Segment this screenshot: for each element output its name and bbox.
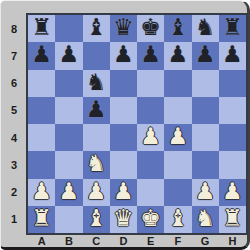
square-g5[interactable]: [192, 97, 219, 124]
rank-label-8: 8: [3, 15, 25, 42]
square-c8[interactable]: ♝: [83, 15, 110, 42]
square-a3[interactable]: [28, 151, 55, 178]
file-label-e: E: [137, 233, 164, 248]
white-queen-d1[interactable]: ♛: [113, 207, 134, 230]
square-g2[interactable]: ♟: [192, 179, 219, 206]
file-label-d: D: [110, 233, 137, 248]
square-c5[interactable]: ♟: [83, 97, 110, 124]
white-rook-a1[interactable]: ♜: [31, 207, 52, 230]
square-f8[interactable]: ♝: [164, 15, 191, 42]
square-c7[interactable]: [83, 42, 110, 69]
square-e8[interactable]: ♚: [137, 15, 164, 42]
square-h8[interactable]: ♜: [219, 15, 246, 42]
file-label-b: B: [55, 233, 82, 248]
square-g1[interactable]: ♞: [192, 206, 219, 233]
black-king-e8[interactable]: ♚: [140, 16, 161, 39]
black-pawn-g7[interactable]: ♟: [195, 43, 216, 66]
chess-board-panel: 87654321 ♜♝♛♚♝♞♜♟♟♟♟♟♟♟♞♟♟♟♞♟♟♟♟♟♟♜♝♛♚♝♞…: [0, 0, 250, 250]
black-pawn-a7[interactable]: ♟: [31, 43, 52, 66]
square-b2[interactable]: ♟: [55, 179, 82, 206]
square-d8[interactable]: ♛: [110, 15, 137, 42]
square-g6[interactable]: [192, 70, 219, 97]
file-labels: ABCDEFGH: [28, 233, 246, 248]
file-label-g: G: [192, 233, 219, 248]
rank-label-6: 6: [3, 70, 25, 97]
white-pawn-d2[interactable]: ♟: [113, 180, 134, 203]
square-f6[interactable]: [164, 70, 191, 97]
white-bishop-f1[interactable]: ♝: [168, 207, 189, 230]
square-a7[interactable]: ♟: [28, 42, 55, 69]
square-d5[interactable]: [110, 97, 137, 124]
file-label-f: F: [164, 233, 191, 248]
file-label-c: C: [83, 233, 110, 248]
black-pawn-b7[interactable]: ♟: [59, 43, 80, 66]
square-f1[interactable]: ♝: [164, 206, 191, 233]
square-c1[interactable]: ♝: [83, 206, 110, 233]
square-a6[interactable]: [28, 70, 55, 97]
square-a1[interactable]: ♜: [28, 206, 55, 233]
rank-label-1: 1: [3, 206, 25, 233]
black-queen-d8[interactable]: ♛: [113, 16, 134, 39]
rank-label-4: 4: [3, 124, 25, 151]
white-rook-h1[interactable]: ♜: [222, 207, 243, 230]
square-d1[interactable]: ♛: [110, 206, 137, 233]
square-d4[interactable]: [110, 124, 137, 151]
white-pawn-e4[interactable]: ♟: [140, 125, 161, 148]
square-d2[interactable]: ♟: [110, 179, 137, 206]
square-b1[interactable]: [55, 206, 82, 233]
square-b7[interactable]: ♟: [55, 42, 82, 69]
chess-board[interactable]: ♜♝♛♚♝♞♜♟♟♟♟♟♟♟♞♟♟♟♞♟♟♟♟♟♟♜♝♛♚♝♞♜: [26, 13, 248, 235]
white-king-e1[interactable]: ♚: [140, 207, 161, 230]
rank-label-7: 7: [3, 42, 25, 69]
square-e6[interactable]: [137, 70, 164, 97]
square-g4[interactable]: [192, 124, 219, 151]
black-pawn-h7[interactable]: ♟: [222, 43, 243, 66]
square-a2[interactable]: ♟: [28, 179, 55, 206]
white-pawn-f4[interactable]: ♟: [168, 125, 189, 148]
square-f4[interactable]: ♟: [164, 124, 191, 151]
square-d3[interactable]: [110, 151, 137, 178]
square-f5[interactable]: [164, 97, 191, 124]
black-rook-h8[interactable]: ♜: [222, 16, 243, 39]
white-pawn-h2[interactable]: ♟: [222, 180, 243, 203]
square-c2[interactable]: ♟: [83, 179, 110, 206]
square-d7[interactable]: ♟: [110, 42, 137, 69]
square-b5[interactable]: [55, 97, 82, 124]
square-d6[interactable]: [110, 70, 137, 97]
square-h1[interactable]: ♜: [219, 206, 246, 233]
rank-labels: 87654321: [3, 15, 25, 233]
black-pawn-f7[interactable]: ♟: [168, 43, 189, 66]
black-bishop-c8[interactable]: ♝: [86, 16, 107, 39]
square-e7[interactable]: ♟: [137, 42, 164, 69]
square-b4[interactable]: [55, 124, 82, 151]
square-a5[interactable]: [28, 97, 55, 124]
black-rook-a8[interactable]: ♜: [31, 16, 52, 39]
white-pawn-a2[interactable]: ♟: [31, 180, 52, 203]
square-g7[interactable]: ♟: [192, 42, 219, 69]
square-e1[interactable]: ♚: [137, 206, 164, 233]
white-pawn-c2[interactable]: ♟: [86, 180, 107, 203]
square-h7[interactable]: ♟: [219, 42, 246, 69]
square-a4[interactable]: [28, 124, 55, 151]
file-label-h: H: [219, 233, 246, 248]
square-f3[interactable]: [164, 151, 191, 178]
black-bishop-f8[interactable]: ♝: [168, 16, 189, 39]
black-knight-c6[interactable]: ♞: [86, 71, 107, 94]
square-e4[interactable]: ♟: [137, 124, 164, 151]
white-knight-g1[interactable]: ♞: [195, 207, 216, 230]
square-c3[interactable]: ♞: [83, 151, 110, 178]
square-g8[interactable]: ♞: [192, 15, 219, 42]
black-pawn-e7[interactable]: ♟: [140, 43, 161, 66]
black-knight-g8[interactable]: ♞: [195, 16, 216, 39]
square-b3[interactable]: [55, 151, 82, 178]
white-bishop-c1[interactable]: ♝: [86, 207, 107, 230]
square-f7[interactable]: ♟: [164, 42, 191, 69]
white-pawn-g2[interactable]: ♟: [195, 180, 216, 203]
square-f2[interactable]: [164, 179, 191, 206]
square-h3[interactable]: [219, 151, 246, 178]
square-g3[interactable]: [192, 151, 219, 178]
black-pawn-d7[interactable]: ♟: [113, 43, 134, 66]
square-h2[interactable]: ♟: [219, 179, 246, 206]
square-b8[interactable]: [55, 15, 82, 42]
square-a8[interactable]: ♜: [28, 15, 55, 42]
square-h4[interactable]: [219, 124, 246, 151]
square-c6[interactable]: ♞: [83, 70, 110, 97]
file-label-a: A: [28, 233, 55, 248]
square-c4[interactable]: [83, 124, 110, 151]
black-pawn-c5[interactable]: ♟: [86, 98, 107, 121]
white-pawn-b2[interactable]: ♟: [59, 180, 80, 203]
square-h5[interactable]: [219, 97, 246, 124]
rank-label-5: 5: [3, 97, 25, 124]
square-b6[interactable]: [55, 70, 82, 97]
square-e3[interactable]: [137, 151, 164, 178]
rank-label-2: 2: [3, 179, 25, 206]
square-e2[interactable]: [137, 179, 164, 206]
square-h6[interactable]: [219, 70, 246, 97]
rank-label-3: 3: [3, 151, 25, 178]
white-knight-c3[interactable]: ♞: [86, 152, 107, 175]
square-e5[interactable]: [137, 97, 164, 124]
